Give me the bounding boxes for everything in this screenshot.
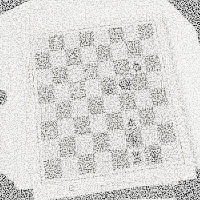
square-a3[interactable]: ♙ (40, 120, 58, 141)
chessboard[interactable]: ♔ ♗♙♞♔♟♚♙♟♞♜♝ (21, 13, 197, 200)
square-h4[interactable] (150, 87, 169, 107)
square-h5[interactable] (146, 70, 165, 89)
square-b4[interactable] (55, 100, 73, 120)
maker-emblem-icon: ♔ (67, 183, 77, 194)
square-a4[interactable] (39, 102, 57, 122)
checkered-grid: ♗♙♞♔♟♚♙♟♞♜♝ (33, 23, 180, 180)
background-dark-area-top-left (0, 0, 30, 15)
square-a1[interactable] (44, 158, 63, 180)
square-h3[interactable] (153, 105, 173, 125)
background-dark-area-left (0, 90, 7, 105)
fine-print-marking-left-edge (27, 66, 32, 98)
square-a2[interactable] (42, 139, 60, 161)
chessboard-photo: ♔ ♗♙♞♔♟♚♙♟♞♜♝ (0, 0, 200, 200)
square-h2[interactable] (156, 123, 176, 144)
square-h1[interactable] (160, 141, 180, 163)
